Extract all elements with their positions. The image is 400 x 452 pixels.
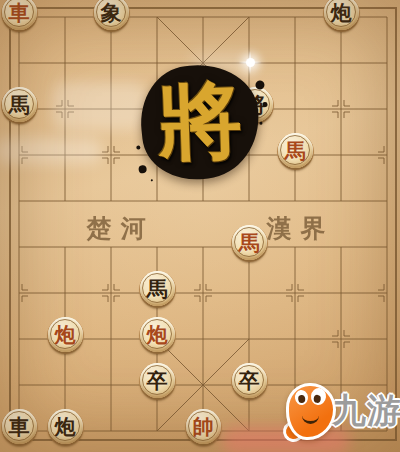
piece-black-炮[interactable]: 炮 bbox=[48, 409, 83, 444]
piece-black-馬[interactable]: 馬 bbox=[2, 87, 37, 122]
piece-character: 車 bbox=[2, 0, 37, 30]
piece-red-車[interactable]: 車 bbox=[2, 0, 37, 30]
piece-red-馬[interactable]: 馬 bbox=[278, 133, 313, 168]
piece-character: 馬 bbox=[2, 87, 37, 122]
piece-red-炮[interactable]: 炮 bbox=[140, 317, 175, 352]
sparkle-effect-icon bbox=[246, 58, 255, 67]
mascot-eye bbox=[294, 389, 309, 406]
mascot-tail bbox=[281, 419, 306, 444]
9game-mascot-icon bbox=[286, 383, 336, 440]
mascot-smile bbox=[302, 411, 319, 424]
piece-character: 炮 bbox=[48, 409, 83, 444]
piece-character: 馬 bbox=[278, 133, 313, 168]
piece-black-卒[interactable]: 卒 bbox=[232, 363, 267, 398]
piece-character: 炮 bbox=[140, 317, 175, 352]
check-announcement-stamp: 將 bbox=[135, 59, 264, 185]
piece-character: 炮 bbox=[48, 317, 83, 352]
piece-black-炮[interactable]: 炮 bbox=[324, 0, 359, 30]
piece-character: 卒 bbox=[232, 363, 267, 398]
piece-character: 象 bbox=[94, 0, 129, 30]
piece-red-馬[interactable]: 馬 bbox=[232, 225, 267, 260]
piece-red-炮[interactable]: 炮 bbox=[48, 317, 83, 352]
piece-character: 馬 bbox=[140, 271, 175, 306]
piece-black-象[interactable]: 象 bbox=[94, 0, 129, 30]
piece-character: 卒 bbox=[140, 363, 175, 398]
piece-black-卒[interactable]: 卒 bbox=[140, 363, 175, 398]
piece-character: 炮 bbox=[324, 0, 359, 30]
piece-character: 車 bbox=[2, 409, 37, 444]
xiangqi-board[interactable]: 楚河 漢界 車象炮馬將馬馬馬炮炮卒卒車炮帥 將 九游 bbox=[0, 0, 400, 452]
9game-logo-text: 九游 bbox=[332, 388, 400, 434]
piece-red-帥[interactable]: 帥 bbox=[186, 409, 221, 444]
piece-character: 帥 bbox=[186, 409, 221, 444]
mascot-eye bbox=[310, 387, 327, 405]
piece-character: 馬 bbox=[232, 225, 267, 260]
check-stamp-character: 將 bbox=[139, 63, 261, 181]
piece-black-馬[interactable]: 馬 bbox=[140, 271, 175, 306]
piece-black-車[interactable]: 車 bbox=[2, 409, 37, 444]
9game-logo: 九游 bbox=[270, 378, 400, 452]
